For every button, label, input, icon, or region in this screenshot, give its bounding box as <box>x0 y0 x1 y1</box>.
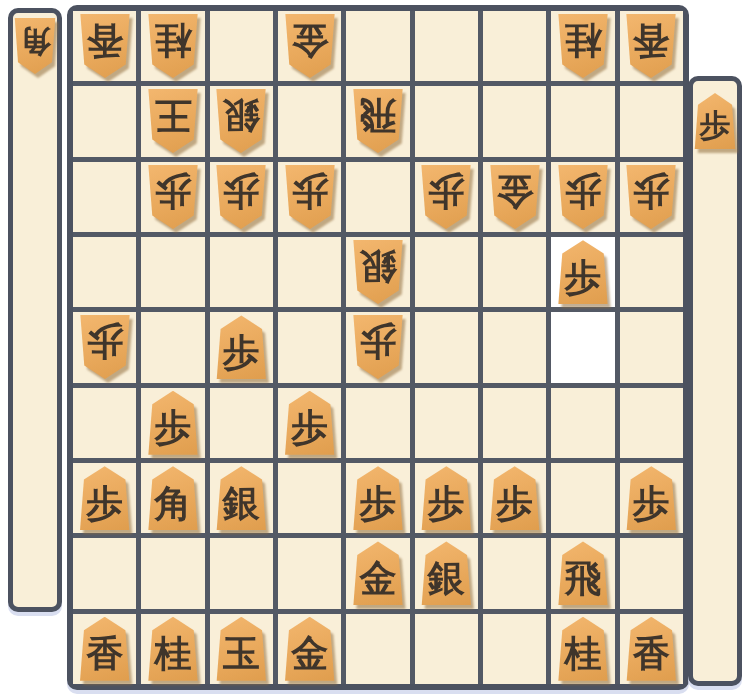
piece-kanji: 香 <box>86 23 123 70</box>
piece-kanji: 歩 <box>428 475 465 522</box>
shogi-piece-香-sente[interactable]: 香 <box>623 617 679 681</box>
piece-kanji: 飛 <box>564 550 601 597</box>
board-cell-r2c9[interactable] <box>620 86 683 156</box>
shogi-piece-歩-gote[interactable]: 歩 <box>418 165 474 229</box>
board-cell-r9c3[interactable]: 玉 <box>210 614 273 684</box>
piece-kanji: 桂 <box>564 625 601 672</box>
piece-kanji: 歩 <box>154 173 191 220</box>
piece-kanji: 歩 <box>564 249 601 296</box>
piece-face: 金 <box>282 14 338 78</box>
piece-kanji: 角 <box>20 26 51 66</box>
piece-face: 歩 <box>555 240 611 304</box>
shogi-piece-飛-sente[interactable]: 飛 <box>555 541 611 605</box>
piece-face: 銀 <box>350 240 406 304</box>
shogi-piece-歩-gote[interactable]: 歩 <box>77 315 133 379</box>
piece-face: 歩 <box>350 466 406 530</box>
piece-face: 王 <box>145 89 201 153</box>
shogi-piece-桂-gote[interactable]: 桂 <box>555 14 611 78</box>
piece-face: 香 <box>623 617 679 681</box>
piece-kanji: 歩 <box>291 399 328 446</box>
shogi-piece-歩-gote[interactable]: 歩 <box>213 165 269 229</box>
board-cell-r5c4[interactable] <box>278 312 341 382</box>
board-cell-r3c9[interactable]: 歩 <box>620 162 683 232</box>
piece-kanji: 歩 <box>633 173 670 220</box>
board-cell-r3c7[interactable]: 金 <box>483 162 546 232</box>
piece-face: 飛 <box>350 89 406 153</box>
board-cell-r8c8[interactable]: 飛 <box>551 538 614 608</box>
board-cell-r9c8[interactable]: 桂 <box>551 614 614 684</box>
shogi-piece-桂-gote[interactable]: 桂 <box>145 14 201 78</box>
piece-kanji: 桂 <box>154 23 191 70</box>
piece-kanji: 玉 <box>223 625 260 672</box>
board-cell-r1c4[interactable]: 金 <box>278 11 341 81</box>
piece-kanji: 銀 <box>223 98 260 145</box>
shogi-piece-歩-sente[interactable]: 歩 <box>623 466 679 530</box>
shogi-piece-歩-sente[interactable]: 歩 <box>282 391 338 455</box>
board-cell-r8c5[interactable]: 金 <box>346 538 409 608</box>
board-cell-r6c4[interactable]: 歩 <box>278 388 341 458</box>
piece-kanji: 歩 <box>496 475 533 522</box>
shogi-piece-金-gote[interactable]: 金 <box>487 165 543 229</box>
piece-face: 歩 <box>555 165 611 229</box>
board-cell-r2c2[interactable]: 王 <box>141 86 204 156</box>
piece-face: 歩 <box>145 391 201 455</box>
shogi-piece-王-gote[interactable]: 王 <box>145 89 201 153</box>
board-cell-r2c1[interactable] <box>73 86 136 156</box>
piece-kanji: 歩 <box>223 173 260 220</box>
piece-face: 歩 <box>282 391 338 455</box>
piece-kanji: 歩 <box>86 324 123 371</box>
piece-kanji: 角 <box>154 475 191 522</box>
piece-face: 歩 <box>487 466 543 530</box>
shogi-piece-銀-gote[interactable]: 銀 <box>350 240 406 304</box>
board-cell-r4c1[interactable] <box>73 237 136 307</box>
board-cell-r2c7[interactable] <box>483 86 546 156</box>
board-cell-r3c1[interactable] <box>73 162 136 232</box>
piece-face: 歩 <box>213 315 269 379</box>
board-cell-r9c2[interactable]: 桂 <box>141 614 204 684</box>
board-cell-r8c7[interactable] <box>483 538 546 608</box>
piece-face: 角 <box>145 466 201 530</box>
piece-face: 歩 <box>623 165 679 229</box>
shogi-piece-飛-gote[interactable]: 飛 <box>350 89 406 153</box>
board-cell-r9c7[interactable] <box>483 614 546 684</box>
piece-kanji: 歩 <box>359 475 396 522</box>
shogi-piece-銀-sente[interactable]: 銀 <box>418 541 474 605</box>
board-cell-r3c3[interactable]: 歩 <box>210 162 273 232</box>
piece-kanji: 歩 <box>700 101 731 141</box>
board-cell-r3c5[interactable] <box>346 162 409 232</box>
piece-face: 香 <box>77 617 133 681</box>
board-cell-r5c1[interactable]: 歩 <box>73 312 136 382</box>
board-cell-r3c8[interactable]: 歩 <box>551 162 614 232</box>
board-cell-r9c6[interactable] <box>415 614 478 684</box>
shogi-piece-金-gote[interactable]: 金 <box>282 14 338 78</box>
piece-face: 銀 <box>418 541 474 605</box>
shogi-piece-歩-sente[interactable]: 歩 <box>418 466 474 530</box>
board-cell-r6c2[interactable]: 歩 <box>141 388 204 458</box>
piece-face: 桂 <box>145 14 201 78</box>
board-cell-r7c9[interactable]: 歩 <box>620 463 683 533</box>
board-cell-r9c5[interactable] <box>346 614 409 684</box>
board-cell-r9c9[interactable]: 香 <box>620 614 683 684</box>
board-cell-r8c2[interactable] <box>141 538 204 608</box>
piece-kanji: 飛 <box>359 98 396 145</box>
shogi-piece-香-gote[interactable]: 香 <box>623 14 679 78</box>
piece-face: 香 <box>77 14 133 78</box>
piece-face: 歩 <box>77 315 133 379</box>
piece-kanji: 歩 <box>564 173 601 220</box>
piece-kanji: 桂 <box>154 625 191 672</box>
piece-face: 香 <box>623 14 679 78</box>
piece-kanji: 歩 <box>291 173 328 220</box>
piece-kanji: 桂 <box>564 23 601 70</box>
gote-hand-tray: 角 <box>8 8 62 612</box>
board-cell-r2c6[interactable] <box>415 86 478 156</box>
shogi-piece-歩-gote[interactable]: 歩 <box>555 165 611 229</box>
board-cell-r5c9[interactable] <box>620 312 683 382</box>
piece-face: 歩 <box>692 93 738 149</box>
board-cell-r8c6[interactable]: 銀 <box>415 538 478 608</box>
piece-face: 歩 <box>282 165 338 229</box>
shogi-piece-桂-sente[interactable]: 桂 <box>555 617 611 681</box>
board-cell-r4c8[interactable]: 歩 <box>551 237 614 307</box>
board-cell-r2c3[interactable]: 銀 <box>210 86 273 156</box>
piece-face: 歩 <box>623 466 679 530</box>
piece-face: 飛 <box>555 541 611 605</box>
board-cell-r7c5[interactable]: 歩 <box>346 463 409 533</box>
piece-kanji: 金 <box>359 550 396 597</box>
shogi-piece-角-sente[interactable]: 角 <box>145 466 201 530</box>
piece-face: 金 <box>487 165 543 229</box>
board-cell-r7c3[interactable]: 銀 <box>210 463 273 533</box>
board-cell-r7c4[interactable] <box>278 463 341 533</box>
board-cell-r7c7[interactable]: 歩 <box>483 463 546 533</box>
shogi-piece-金-sente[interactable]: 金 <box>350 541 406 605</box>
board-cell-r9c4[interactable]: 金 <box>278 614 341 684</box>
board-cell-r6c3[interactable] <box>210 388 273 458</box>
board-cell-r4c7[interactable] <box>483 237 546 307</box>
board-cell-r3c6[interactable]: 歩 <box>415 162 478 232</box>
piece-kanji: 王 <box>154 98 191 145</box>
board-cell-r1c6[interactable] <box>415 11 478 81</box>
board-cell-r4c6[interactable] <box>415 237 478 307</box>
shogi-piece-歩-sente[interactable]: 歩 <box>77 466 133 530</box>
board-cell-r3c2[interactable]: 歩 <box>141 162 204 232</box>
shogi-piece-歩-gote[interactable]: 歩 <box>623 165 679 229</box>
piece-kanji: 歩 <box>359 324 396 371</box>
board-cell-r5c2[interactable] <box>141 312 204 382</box>
piece-face: 歩 <box>418 165 474 229</box>
shogi-piece-桂-sente[interactable]: 桂 <box>145 617 201 681</box>
piece-kanji: 香 <box>633 23 670 70</box>
board-cell-r7c2[interactable]: 角 <box>141 463 204 533</box>
shogi-piece-歩-gote[interactable]: 歩 <box>350 315 406 379</box>
board-cell-r7c8[interactable] <box>551 463 614 533</box>
board-cell-r8c3[interactable] <box>210 538 273 608</box>
piece-kanji: 金 <box>496 173 533 220</box>
piece-kanji: 銀 <box>223 475 260 522</box>
board-cell-r7c1[interactable]: 歩 <box>73 463 136 533</box>
piece-kanji: 銀 <box>359 249 396 296</box>
piece-kanji: 歩 <box>86 475 123 522</box>
shogi-piece-歩-sente[interactable]: 歩 <box>350 466 406 530</box>
piece-kanji: 香 <box>86 625 123 672</box>
board-cell-r3c4[interactable]: 歩 <box>278 162 341 232</box>
board-cell-r6c9[interactable] <box>620 388 683 458</box>
piece-face: 銀 <box>213 89 269 153</box>
board-cell-r4c9[interactable] <box>620 237 683 307</box>
board-cell-r2c5[interactable]: 飛 <box>346 86 409 156</box>
piece-face: 桂 <box>555 617 611 681</box>
piece-face: 金 <box>282 617 338 681</box>
shogi-piece-歩-sente[interactable]: 歩 <box>145 391 201 455</box>
board-cell-r9c1[interactable]: 香 <box>73 614 136 684</box>
shogi-piece-香-sente[interactable]: 香 <box>77 617 133 681</box>
piece-face: 金 <box>350 541 406 605</box>
piece-face: 歩 <box>213 165 269 229</box>
shogi-piece-歩-sente[interactable]: 歩 <box>213 315 269 379</box>
piece-kanji: 金 <box>291 23 328 70</box>
board-cell-r8c1[interactable] <box>73 538 136 608</box>
piece-face: 歩 <box>350 315 406 379</box>
board-cell-r5c6[interactable] <box>415 312 478 382</box>
board-cell-r4c2[interactable] <box>141 237 204 307</box>
shogi-piece-銀-gote[interactable]: 銀 <box>213 89 269 153</box>
board-cell-r5c7[interactable] <box>483 312 546 382</box>
shogi-board: 香桂金桂香王銀飛歩歩歩歩金歩歩銀歩歩歩歩歩歩歩角銀歩歩歩歩金銀飛香桂玉金桂香 <box>67 5 689 690</box>
board-cell-r8c9[interactable] <box>620 538 683 608</box>
board-cell-r8c4[interactable] <box>278 538 341 608</box>
piece-kanji: 香 <box>633 625 670 672</box>
piece-kanji: 銀 <box>428 550 465 597</box>
sente-hand-tray: 歩 <box>688 76 742 686</box>
board-cell-r4c5[interactable]: 銀 <box>346 237 409 307</box>
board-cell-r1c5[interactable] <box>346 11 409 81</box>
shogi-piece-歩-sente[interactable]: 歩 <box>487 466 543 530</box>
piece-face: 玉 <box>213 617 269 681</box>
piece-face: 銀 <box>213 466 269 530</box>
board-cell-r6c8[interactable] <box>551 388 614 458</box>
board-cell-r1c1[interactable]: 香 <box>73 11 136 81</box>
shogi-piece-玉-sente[interactable]: 玉 <box>213 617 269 681</box>
board-cell-r5c8[interactable] <box>551 312 614 382</box>
shogi-piece-香-gote[interactable]: 香 <box>77 14 133 78</box>
board-cell-r7c6[interactable]: 歩 <box>415 463 478 533</box>
piece-face: 歩 <box>77 466 133 530</box>
board-cell-r4c4[interactable] <box>278 237 341 307</box>
board-cell-r6c7[interactable] <box>483 388 546 458</box>
shogi-piece-歩-sente[interactable]: 歩 <box>555 240 611 304</box>
piece-face: 角 <box>12 18 58 74</box>
board-cell-r6c5[interactable] <box>346 388 409 458</box>
board-cell-r6c1[interactable] <box>73 388 136 458</box>
piece-face: 歩 <box>418 466 474 530</box>
board-cell-r2c4[interactable] <box>278 86 341 156</box>
piece-kanji: 歩 <box>633 475 670 522</box>
shogi-piece-歩-gote[interactable]: 歩 <box>282 165 338 229</box>
piece-kanji: 歩 <box>428 173 465 220</box>
shogi-piece-銀-sente[interactable]: 銀 <box>213 466 269 530</box>
shogi-piece-歩-sente[interactable]: 歩 <box>692 93 738 149</box>
board-cell-r1c3[interactable] <box>210 11 273 81</box>
piece-kanji: 歩 <box>154 399 191 446</box>
board-cell-r4c3[interactable] <box>210 237 273 307</box>
shogi-piece-歩-gote[interactable]: 歩 <box>145 165 201 229</box>
board-cell-r1c8[interactable]: 桂 <box>551 11 614 81</box>
board-cell-r1c7[interactable] <box>483 11 546 81</box>
piece-kanji: 金 <box>291 625 328 672</box>
board-cell-r1c9[interactable]: 香 <box>620 11 683 81</box>
shogi-piece-角-gote[interactable]: 角 <box>12 18 58 74</box>
piece-face: 桂 <box>145 617 201 681</box>
shogi-app: 角 香桂金桂香王銀飛歩歩歩歩金歩歩銀歩歩歩歩歩歩歩角銀歩歩歩歩金銀飛香桂玉金桂香… <box>0 0 750 694</box>
piece-face: 歩 <box>145 165 201 229</box>
board-cell-r5c3[interactable]: 歩 <box>210 312 273 382</box>
piece-face: 桂 <box>555 14 611 78</box>
piece-kanji: 歩 <box>223 324 260 371</box>
board-cell-r5c5[interactable]: 歩 <box>346 312 409 382</box>
board-cell-r6c6[interactable] <box>415 388 478 458</box>
shogi-piece-金-sente[interactable]: 金 <box>282 617 338 681</box>
board-cell-r1c2[interactable]: 桂 <box>141 11 204 81</box>
board-cell-r2c8[interactable] <box>551 86 614 156</box>
